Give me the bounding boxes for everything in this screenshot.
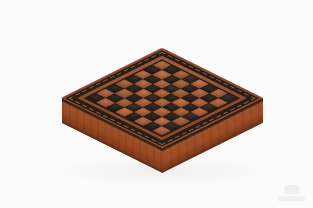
- photo-watermark: [276, 185, 306, 201]
- watermark-text-mark: [277, 196, 305, 201]
- product-photo-scene: [0, 0, 313, 208]
- watermark-logo-icon: [284, 185, 299, 194]
